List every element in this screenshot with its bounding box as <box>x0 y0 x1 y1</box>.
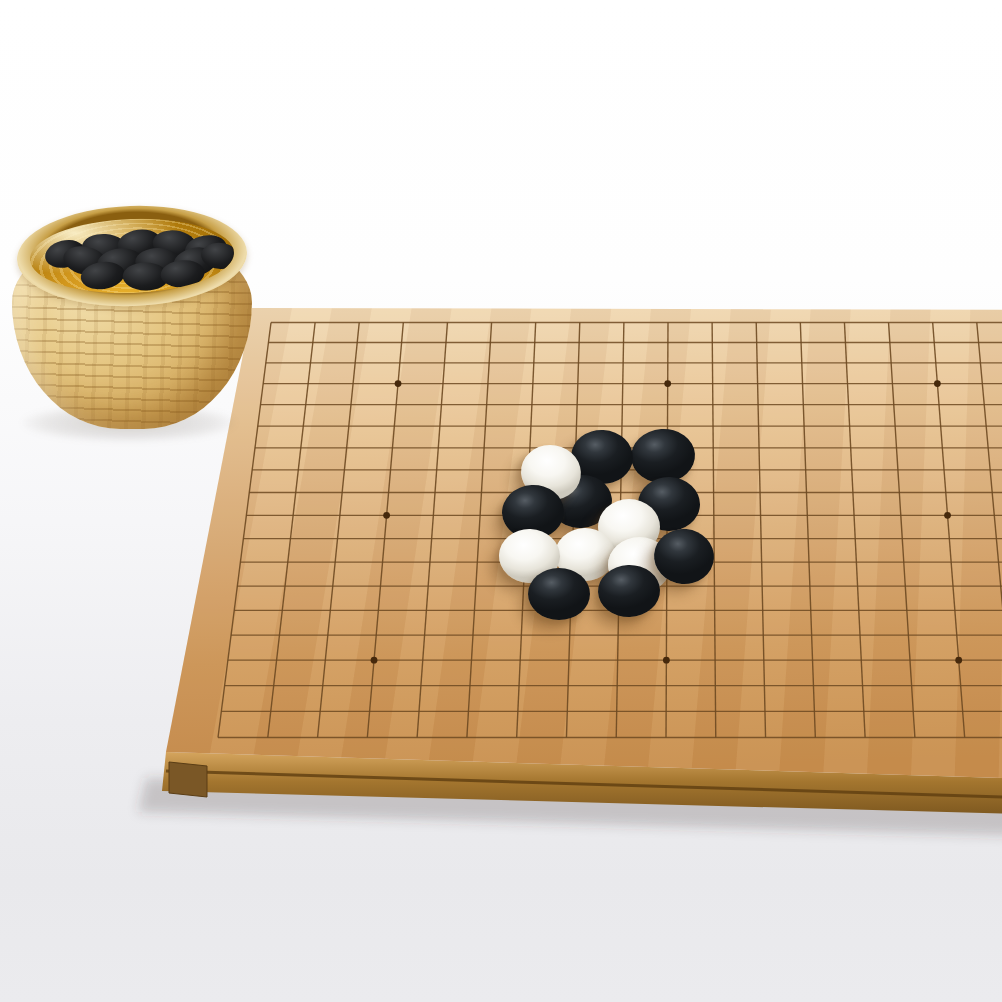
basket-opening <box>29 215 235 296</box>
star-point <box>395 380 402 387</box>
star-point <box>664 380 671 387</box>
go-board <box>0 0 1002 1002</box>
star-point <box>944 512 951 519</box>
product-photo-scene <box>0 0 1002 1002</box>
star-point <box>371 657 378 664</box>
black-go-stone <box>528 568 590 620</box>
star-point <box>383 512 390 519</box>
board-corner-clasp <box>169 762 207 797</box>
star-point <box>934 380 941 387</box>
star-point <box>955 657 962 664</box>
star-point <box>663 657 670 664</box>
